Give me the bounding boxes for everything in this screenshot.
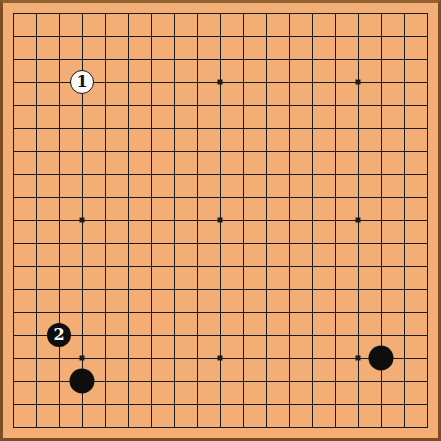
intersection: [2, 94, 25, 117]
intersection: [347, 301, 370, 324]
intersection: [117, 186, 140, 209]
intersection: [163, 163, 186, 186]
intersection: [48, 416, 71, 439]
intersection: [393, 2, 416, 25]
intersection: [48, 163, 71, 186]
intersection: [25, 255, 48, 278]
intersection: [2, 324, 25, 347]
intersection: [278, 278, 301, 301]
intersection: [2, 232, 25, 255]
intersection: [255, 186, 278, 209]
intersection: [278, 117, 301, 140]
intersection: [186, 301, 209, 324]
intersection: [71, 2, 94, 25]
intersection: [94, 94, 117, 117]
intersection: [117, 416, 140, 439]
intersection: [209, 71, 232, 94]
board-grid: 12: [2, 2, 439, 439]
intersection: [117, 347, 140, 370]
intersection: [416, 2, 439, 25]
intersection: [140, 209, 163, 232]
intersection: [278, 255, 301, 278]
intersection: [301, 278, 324, 301]
intersection: [393, 232, 416, 255]
intersection: [393, 370, 416, 393]
intersection: [94, 301, 117, 324]
intersection: [278, 2, 301, 25]
intersection: 2: [48, 324, 71, 347]
intersection: [301, 255, 324, 278]
intersection: [301, 347, 324, 370]
intersection: [232, 117, 255, 140]
intersection: [232, 370, 255, 393]
intersection: [163, 370, 186, 393]
intersection: [163, 186, 186, 209]
intersection: [393, 117, 416, 140]
intersection: [25, 2, 48, 25]
intersection: [25, 278, 48, 301]
intersection: [278, 186, 301, 209]
intersection: [232, 140, 255, 163]
star-point: [356, 356, 361, 361]
intersection: [163, 71, 186, 94]
intersection: [393, 209, 416, 232]
intersection: [416, 324, 439, 347]
intersection: [140, 94, 163, 117]
star-point: [356, 218, 361, 223]
intersection: [416, 301, 439, 324]
intersection: [324, 140, 347, 163]
intersection: [117, 25, 140, 48]
intersection: [324, 94, 347, 117]
intersection: [94, 25, 117, 48]
intersection: [324, 370, 347, 393]
intersection: [140, 163, 163, 186]
intersection: [416, 347, 439, 370]
intersection: [393, 301, 416, 324]
intersection: [209, 186, 232, 209]
intersection: [232, 209, 255, 232]
intersection: [278, 94, 301, 117]
intersection: [71, 117, 94, 140]
star-point: [356, 80, 361, 85]
intersection: [71, 163, 94, 186]
go-board: 12: [0, 0, 441, 441]
intersection: [393, 255, 416, 278]
intersection: [186, 163, 209, 186]
intersection: [370, 186, 393, 209]
intersection: [25, 232, 48, 255]
intersection: [2, 370, 25, 393]
intersection: [232, 94, 255, 117]
intersection: [232, 2, 255, 25]
intersection: [48, 25, 71, 48]
intersection: [301, 163, 324, 186]
intersection: [393, 416, 416, 439]
intersection: [255, 71, 278, 94]
intersection: [416, 416, 439, 439]
intersection: [255, 301, 278, 324]
intersection: [370, 232, 393, 255]
intersection: [347, 48, 370, 71]
intersection: [186, 416, 209, 439]
intersection: [94, 117, 117, 140]
intersection: [347, 209, 370, 232]
intersection: [25, 71, 48, 94]
intersection: [2, 278, 25, 301]
intersection: [117, 370, 140, 393]
intersection: [278, 140, 301, 163]
intersection: [232, 255, 255, 278]
intersection: [324, 117, 347, 140]
intersection: [370, 416, 393, 439]
intersection: [140, 25, 163, 48]
intersection: [301, 140, 324, 163]
intersection: [48, 278, 71, 301]
intersection: [347, 393, 370, 416]
intersection: [416, 255, 439, 278]
intersection: [416, 232, 439, 255]
intersection: [71, 255, 94, 278]
intersection: [71, 94, 94, 117]
intersection: [209, 232, 232, 255]
intersection: [186, 117, 209, 140]
intersection: [94, 71, 117, 94]
intersection: [324, 186, 347, 209]
intersection: [209, 117, 232, 140]
intersection: [25, 117, 48, 140]
intersection: [2, 48, 25, 71]
intersection: [347, 186, 370, 209]
intersection: [370, 278, 393, 301]
intersection: [140, 71, 163, 94]
intersection: [2, 71, 25, 94]
intersection: [255, 94, 278, 117]
intersection: [416, 48, 439, 71]
intersection: [301, 416, 324, 439]
intersection: [370, 163, 393, 186]
intersection: [301, 117, 324, 140]
intersection: [347, 324, 370, 347]
intersection: [347, 370, 370, 393]
intersection: [301, 370, 324, 393]
intersection: [232, 48, 255, 71]
intersection: [209, 209, 232, 232]
intersection: [48, 186, 71, 209]
intersection: [163, 301, 186, 324]
intersection: [163, 324, 186, 347]
intersection: [48, 232, 71, 255]
intersection: [117, 117, 140, 140]
intersection: [370, 94, 393, 117]
stone-black: [70, 369, 95, 394]
intersection: [393, 278, 416, 301]
intersection: [2, 163, 25, 186]
intersection: [117, 163, 140, 186]
intersection: [163, 94, 186, 117]
intersection: [25, 140, 48, 163]
intersection: [324, 278, 347, 301]
intersection: [186, 25, 209, 48]
intersection: [393, 324, 416, 347]
intersection: [370, 209, 393, 232]
intersection: 1: [71, 71, 94, 94]
intersection: [209, 2, 232, 25]
intersection: [347, 278, 370, 301]
intersection: [324, 416, 347, 439]
intersection: [140, 48, 163, 71]
intersection: [71, 416, 94, 439]
intersection: [140, 140, 163, 163]
intersection: [324, 255, 347, 278]
intersection: [71, 301, 94, 324]
intersection: [301, 393, 324, 416]
intersection: [370, 71, 393, 94]
intersection: [255, 209, 278, 232]
intersection: [393, 186, 416, 209]
intersection: [278, 232, 301, 255]
intersection: [186, 232, 209, 255]
intersection: [25, 48, 48, 71]
star-point: [218, 80, 223, 85]
intersection: [209, 370, 232, 393]
intersection: [301, 2, 324, 25]
intersection: [232, 324, 255, 347]
intersection: [94, 416, 117, 439]
intersection: [278, 48, 301, 71]
intersection: [370, 393, 393, 416]
intersection: [370, 324, 393, 347]
intersection: [416, 25, 439, 48]
intersection: [301, 25, 324, 48]
star-point: [218, 218, 223, 223]
intersection: [324, 324, 347, 347]
intersection: [301, 301, 324, 324]
intersection: [140, 117, 163, 140]
intersection: [2, 301, 25, 324]
intersection: [255, 347, 278, 370]
intersection: [48, 94, 71, 117]
stone-black: [369, 346, 394, 371]
intersection: [416, 94, 439, 117]
intersection: [347, 2, 370, 25]
intersection: [2, 186, 25, 209]
intersection: [347, 25, 370, 48]
intersection: [370, 347, 393, 370]
intersection: [347, 255, 370, 278]
intersection: [278, 163, 301, 186]
intersection: [25, 163, 48, 186]
intersection: [393, 140, 416, 163]
intersection: [2, 416, 25, 439]
intersection: [25, 393, 48, 416]
intersection: [117, 278, 140, 301]
intersection: [94, 48, 117, 71]
intersection: [117, 94, 140, 117]
intersection: [2, 25, 25, 48]
intersection: [347, 232, 370, 255]
intersection: [25, 301, 48, 324]
intersection: [186, 48, 209, 71]
intersection: [71, 140, 94, 163]
intersection: [48, 347, 71, 370]
intersection: [209, 278, 232, 301]
intersection: [416, 140, 439, 163]
intersection: [232, 393, 255, 416]
intersection: [186, 186, 209, 209]
intersection: [140, 255, 163, 278]
intersection: [163, 278, 186, 301]
intersection: [232, 25, 255, 48]
intersection: [186, 255, 209, 278]
intersection: [347, 94, 370, 117]
intersection: [48, 393, 71, 416]
intersection: [94, 347, 117, 370]
intersection: [393, 94, 416, 117]
intersection: [140, 2, 163, 25]
intersection: [370, 25, 393, 48]
intersection: [278, 301, 301, 324]
intersection: [48, 370, 71, 393]
intersection: [71, 48, 94, 71]
intersection: [209, 416, 232, 439]
intersection: [2, 140, 25, 163]
intersection: [278, 25, 301, 48]
intersection: [94, 140, 117, 163]
intersection: [347, 163, 370, 186]
intersection: [301, 324, 324, 347]
intersection: [163, 393, 186, 416]
intersection: [255, 232, 278, 255]
intersection: [393, 25, 416, 48]
intersection: [232, 163, 255, 186]
intersection: [324, 2, 347, 25]
intersection: [186, 140, 209, 163]
intersection: [209, 94, 232, 117]
intersection: [140, 186, 163, 209]
intersection: [347, 416, 370, 439]
intersection: [209, 301, 232, 324]
intersection: [209, 140, 232, 163]
intersection: [163, 347, 186, 370]
intersection: [94, 232, 117, 255]
intersection: [2, 255, 25, 278]
intersection: [94, 186, 117, 209]
intersection: [416, 370, 439, 393]
intersection: [140, 301, 163, 324]
intersection: [301, 186, 324, 209]
intersection: [140, 232, 163, 255]
intersection: [48, 117, 71, 140]
intersection: [255, 278, 278, 301]
intersection: [324, 232, 347, 255]
intersection: [324, 48, 347, 71]
intersection: [94, 2, 117, 25]
intersection: [71, 186, 94, 209]
intersection: [370, 48, 393, 71]
intersection: [117, 232, 140, 255]
intersection: [117, 393, 140, 416]
intersection: [393, 71, 416, 94]
intersection: [25, 416, 48, 439]
intersection: [25, 347, 48, 370]
intersection: [163, 140, 186, 163]
intersection: [255, 117, 278, 140]
intersection: [163, 25, 186, 48]
intersection: [255, 255, 278, 278]
intersection: [370, 255, 393, 278]
intersection: [209, 25, 232, 48]
intersection: [232, 278, 255, 301]
intersection: [163, 117, 186, 140]
intersection: [71, 370, 94, 393]
intersection: [186, 347, 209, 370]
intersection: [71, 232, 94, 255]
intersection: [255, 2, 278, 25]
stone-black-2: 2: [47, 323, 71, 347]
intersection: [25, 370, 48, 393]
intersection: [48, 71, 71, 94]
intersection: [393, 347, 416, 370]
intersection: [25, 186, 48, 209]
intersection: [71, 278, 94, 301]
intersection: [140, 347, 163, 370]
intersection: [117, 255, 140, 278]
intersection: [278, 324, 301, 347]
star-point: [80, 218, 85, 223]
intersection: [140, 393, 163, 416]
intersection: [71, 324, 94, 347]
intersection: [71, 347, 94, 370]
intersection: [2, 347, 25, 370]
intersection: [117, 71, 140, 94]
intersection: [25, 94, 48, 117]
intersection: [301, 232, 324, 255]
intersection: [278, 209, 301, 232]
intersection: [416, 163, 439, 186]
intersection: [278, 370, 301, 393]
intersection: [209, 324, 232, 347]
intersection: [25, 324, 48, 347]
intersection: [163, 2, 186, 25]
intersection: [324, 393, 347, 416]
intersection: [117, 301, 140, 324]
intersection: [393, 163, 416, 186]
intersection: [25, 25, 48, 48]
intersection: [209, 255, 232, 278]
intersection: [301, 209, 324, 232]
intersection: [48, 209, 71, 232]
intersection: [347, 117, 370, 140]
intersection: [347, 71, 370, 94]
intersection: [94, 370, 117, 393]
intersection: [232, 232, 255, 255]
intersection: [255, 370, 278, 393]
intersection: [209, 163, 232, 186]
intersection: [140, 278, 163, 301]
intersection: [2, 2, 25, 25]
intersection: [140, 370, 163, 393]
intersection: [232, 71, 255, 94]
intersection: [255, 324, 278, 347]
intersection: [232, 416, 255, 439]
intersection: [94, 163, 117, 186]
intersection: [393, 48, 416, 71]
star-point: [218, 356, 223, 361]
intersection: [370, 301, 393, 324]
intersection: [186, 94, 209, 117]
intersection: [301, 94, 324, 117]
